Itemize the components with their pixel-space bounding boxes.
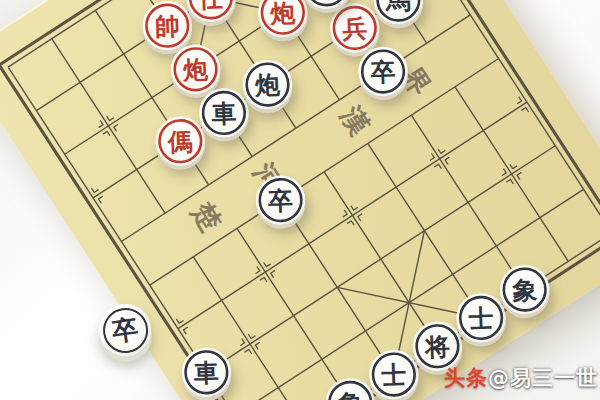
piece-glyph: 将 [425,333,451,359]
piece-glyph: 仕 [198,0,224,10]
piece-ring: 士 [371,352,417,398]
piece-ring: 炮 [173,46,219,92]
piece-glyph: 士 [381,362,407,388]
piece-ring: 卒 [100,305,151,356]
piece-glyph: 炮 [270,0,296,25]
piece-ring: 兵 [332,5,378,51]
piece-glyph: 卒 [268,187,294,213]
piece-glyph: 象 [337,390,363,400]
piece-ring: 卒 [258,177,304,223]
piece-glyph: 帥 [154,13,180,39]
piece-glyph: 傌 [168,128,194,154]
piece-ring: 車 [201,90,247,136]
piece-glyph: 卒 [370,59,396,85]
piece-glyph: 象 [512,277,538,303]
piece-ring: 卒 [360,49,406,95]
piece-ring: 象 [502,267,548,313]
watermark-brand: 头条 [444,366,488,390]
piece-ring: 将 [415,323,461,369]
piece-ring: 士 [458,295,504,341]
piece-ring: 車 [184,349,230,395]
watermark: 头条@易三一世 [444,364,598,392]
piece-glyph: 車 [211,100,237,126]
river-char-3: 漢 [334,100,376,141]
river-char-1: 楚 [186,196,228,237]
watermark-handle: @易三一世 [488,366,598,390]
photo-scene: 楚 河 漢 界 俥仕相帥仕炮炮傌兵卒炮車炮馬卒卒車馬象士将士象 卒 头条@易三一… [0,0,600,400]
piece-glyph: 炮 [255,72,281,98]
xiangqi-board[interactable]: 楚 河 漢 界 俥仕相帥仕炮炮傌兵卒炮車炮馬卒卒車馬象士将士象 [0,0,600,400]
piece-glyph: 車 [194,360,220,386]
piece-glyph: 炮 [183,57,209,83]
piece-glyph: 士 [468,305,494,331]
piece-ring: 炮 [260,0,306,36]
piece-ring: 炮 [245,62,291,108]
piece-glyph: 馬 [386,0,412,12]
piece-ring: 傌 [157,118,203,164]
piece-ring: 帥 [144,3,190,49]
piece-glyph: 兵 [342,15,368,41]
piece-glyph: 卒 [110,311,141,349]
